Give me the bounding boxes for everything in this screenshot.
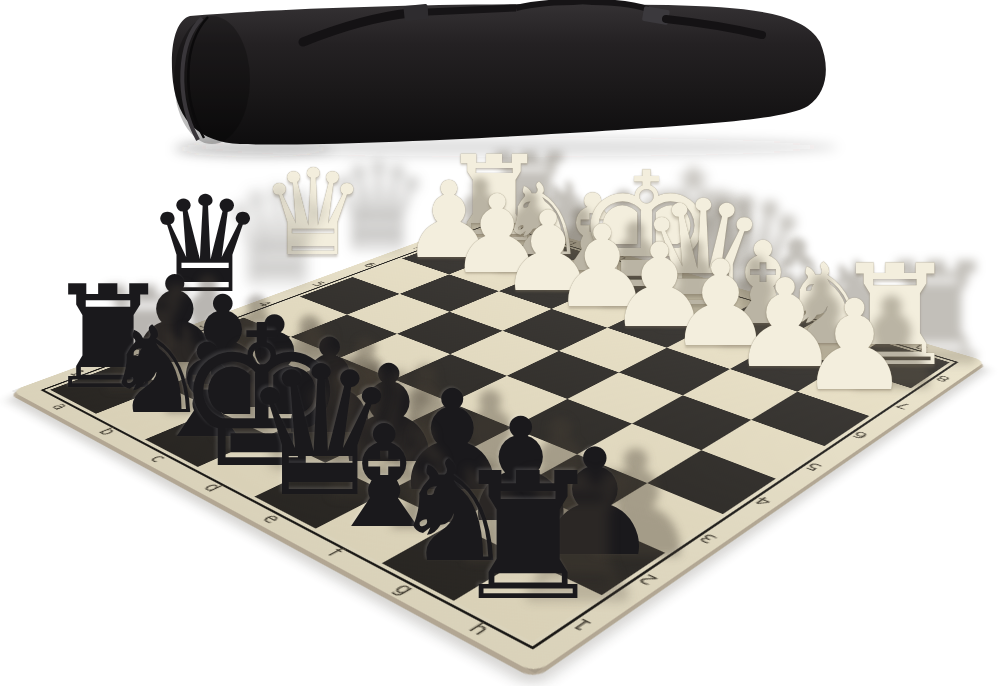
rank-label-right-8: 8 <box>933 374 953 383</box>
rank-label-right-1: 1 <box>567 616 595 633</box>
piece-white-queen-offboard: ♛ <box>260 151 367 276</box>
rank-label-right-4: 4 <box>751 495 775 508</box>
file-label-near-a: a <box>49 401 73 411</box>
rank-label-right-3: 3 <box>695 532 720 546</box>
bag-endcap-shading <box>174 16 250 144</box>
board-grid <box>50 225 949 642</box>
rank-label-right-7: 7 <box>893 401 914 411</box>
rank-label-right-6: 6 <box>849 430 871 441</box>
file-label-far-a: a <box>514 226 531 232</box>
piece-black-queen-offboard: ♛ <box>145 176 264 316</box>
file-label-far-f: f <box>783 306 797 312</box>
file-label-near-e: e <box>259 512 285 525</box>
bag-strap-top <box>428 8 516 12</box>
file-label-near-g: g <box>391 581 419 597</box>
file-label-near-c: c <box>147 453 171 464</box>
file-label-near-b: b <box>96 426 120 437</box>
bag-strap-slider <box>403 4 428 21</box>
file-label-far-c: c <box>613 255 629 261</box>
chess-board: aa88bb77cc66dd55ee44ff33gg22hh11 <box>11 215 985 673</box>
rank-label-right-5: 5 <box>802 461 825 473</box>
file-label-far-b: b <box>562 240 579 246</box>
file-label-near-f: f <box>324 546 347 558</box>
scene: aa88bb77cc66dd55ee44ff33gg22hh11 ♜♞♝♚♛♝♞… <box>0 0 1000 686</box>
rank-label-right-2: 2 <box>634 572 661 588</box>
file-label-far-g: g <box>844 324 863 332</box>
file-label-near-d: d <box>200 481 226 494</box>
file-label-near-h: h <box>465 620 494 637</box>
file-label-far-e: e <box>722 287 740 294</box>
carrying-bag <box>148 0 848 170</box>
file-label-far-d: d <box>665 271 683 278</box>
